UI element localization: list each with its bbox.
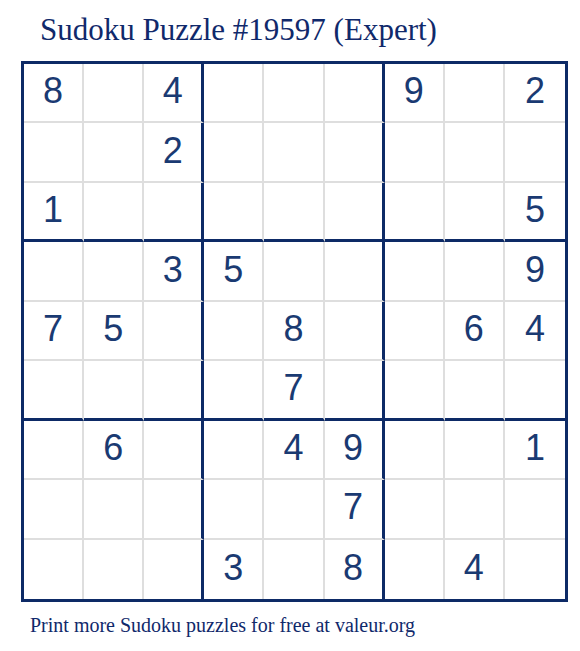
cell-r6c1 [24, 361, 84, 420]
cell-r3c1: 1 [24, 183, 84, 242]
cell-r6c2 [84, 361, 144, 420]
footer-text: Print more Sudoku puzzles for free at va… [30, 615, 415, 635]
cell-r6c8 [445, 361, 505, 420]
cell-r5c5: 8 [264, 302, 324, 361]
cell-r4c2 [84, 242, 144, 301]
cell-r8c3 [144, 480, 204, 539]
cell-r5c9: 4 [505, 302, 565, 361]
cell-r2c7 [385, 123, 445, 182]
cell-r6c9 [505, 361, 565, 420]
cell-r3c6 [325, 183, 385, 242]
cell-r3c7 [385, 183, 445, 242]
cell-r8c4 [204, 480, 264, 539]
cell-r4c3: 3 [144, 242, 204, 301]
cell-r3c2 [84, 183, 144, 242]
cell-r1c9: 2 [505, 64, 565, 123]
cell-r1c8 [445, 64, 505, 123]
cell-r3c5 [264, 183, 324, 242]
cell-r9c2 [84, 540, 144, 599]
cell-r1c5 [264, 64, 324, 123]
cell-r5c1: 7 [24, 302, 84, 361]
cell-r6c4 [204, 361, 264, 420]
cell-r6c6 [325, 361, 385, 420]
cell-r8c8 [445, 480, 505, 539]
cell-r4c4: 5 [204, 242, 264, 301]
page-title: Sudoku Puzzle #19597 (Expert) [40, 14, 437, 45]
cell-r9c7 [385, 540, 445, 599]
cell-r9c6: 8 [325, 540, 385, 599]
cell-r1c1: 8 [24, 64, 84, 123]
cell-r2c6 [325, 123, 385, 182]
cell-r3c8 [445, 183, 505, 242]
cell-r5c4 [204, 302, 264, 361]
cell-r7c3 [144, 421, 204, 480]
cell-r1c2 [84, 64, 144, 123]
cell-r5c8: 6 [445, 302, 505, 361]
cell-r7c5: 4 [264, 421, 324, 480]
cell-r7c9: 1 [505, 421, 565, 480]
cell-r9c9 [505, 540, 565, 599]
cell-r2c9 [505, 123, 565, 182]
cell-r7c6: 9 [325, 421, 385, 480]
cell-r3c3 [144, 183, 204, 242]
cell-r2c5 [264, 123, 324, 182]
cell-r1c7: 9 [385, 64, 445, 123]
cell-r9c3 [144, 540, 204, 599]
cell-r9c8: 4 [445, 540, 505, 599]
cell-r8c5 [264, 480, 324, 539]
cell-r5c2: 5 [84, 302, 144, 361]
sudoku-board: 849221535975864764917384 [21, 61, 568, 602]
cell-r5c7 [385, 302, 445, 361]
cell-r4c1 [24, 242, 84, 301]
cell-r3c4 [204, 183, 264, 242]
cell-r1c3: 4 [144, 64, 204, 123]
cell-r9c1 [24, 540, 84, 599]
cell-r4c8 [445, 242, 505, 301]
cell-r8c7 [385, 480, 445, 539]
cell-r8c9 [505, 480, 565, 539]
cell-r5c6 [325, 302, 385, 361]
cell-r7c2: 6 [84, 421, 144, 480]
cell-r7c8 [445, 421, 505, 480]
cell-r4c6 [325, 242, 385, 301]
cell-r4c9: 9 [505, 242, 565, 301]
cell-r2c4 [204, 123, 264, 182]
cell-r9c4: 3 [204, 540, 264, 599]
cell-r6c3 [144, 361, 204, 420]
cell-r5c3 [144, 302, 204, 361]
cell-r7c1 [24, 421, 84, 480]
cell-r1c6 [325, 64, 385, 123]
cell-r4c7 [385, 242, 445, 301]
cell-r2c8 [445, 123, 505, 182]
cell-r4c5 [264, 242, 324, 301]
cell-r7c4 [204, 421, 264, 480]
cell-r3c9: 5 [505, 183, 565, 242]
cell-r6c7 [385, 361, 445, 420]
cell-r8c1 [24, 480, 84, 539]
cell-r1c4 [204, 64, 264, 123]
cell-r2c3: 2 [144, 123, 204, 182]
cell-r7c7 [385, 421, 445, 480]
cell-r6c5: 7 [264, 361, 324, 420]
cell-r2c1 [24, 123, 84, 182]
cell-r8c6: 7 [325, 480, 385, 539]
cell-r2c2 [84, 123, 144, 182]
cell-r8c2 [84, 480, 144, 539]
cell-r9c5 [264, 540, 324, 599]
